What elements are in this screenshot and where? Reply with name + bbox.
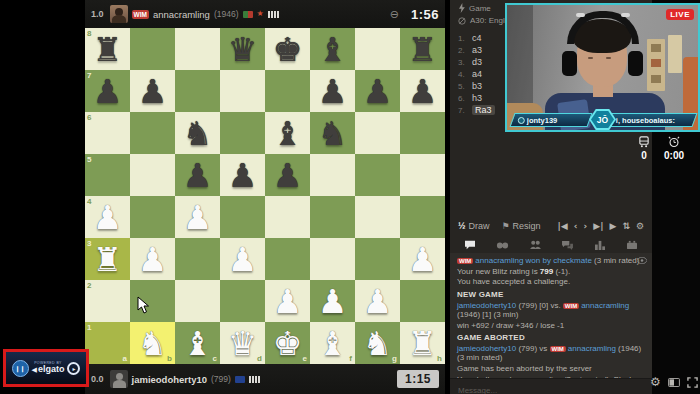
square-h7[interactable]: ♟ — [400, 70, 445, 112]
chat-link[interactable]: annacramling won by checkmate — [475, 256, 592, 265]
chat-text: (3 min rated) — [592, 256, 640, 265]
left-streamer-name: jonty139 — [527, 116, 557, 125]
black-pawn: ♟ — [265, 154, 310, 196]
top-player-rating: (1946) — [214, 9, 239, 19]
move-row: 4.a4 — [458, 68, 495, 80]
circle-minus-icon[interactable]: ⊖ — [390, 9, 399, 20]
time-value: 0:00 — [664, 150, 684, 161]
move-row: 6.h3 — [458, 92, 495, 104]
next-move-icon[interactable]: › — [584, 221, 588, 231]
square-g5[interactable] — [355, 154, 400, 196]
chat-text: NEW GAME — [457, 290, 504, 299]
white-bishop: ♝ — [310, 322, 355, 364]
white-pawn: ♟ — [355, 280, 400, 322]
file-label: e — [303, 354, 307, 363]
square-b6[interactable] — [130, 112, 175, 154]
square-e5[interactable]: ♟ — [265, 154, 310, 196]
first-move-icon[interactable]: |◀ — [558, 221, 568, 231]
flag-icon — [243, 11, 253, 18]
square-e1[interactable]: e♚ — [265, 322, 310, 364]
white-pawn: ♟ — [310, 280, 355, 322]
move-number: 1. — [458, 34, 472, 43]
chat-link[interactable]: jamieodoherty10 — [457, 301, 516, 310]
black-king: ♚ — [265, 28, 310, 70]
last-move-icon[interactable]: ▶| — [593, 221, 603, 231]
resign-button[interactable]: ⚑ Resign — [502, 221, 541, 231]
square-c1[interactable]: c♝ — [175, 322, 220, 364]
elgato-watermark: ❙❙ POWERED BY ◀ elgato ▸ — [3, 349, 89, 387]
file-label: g — [392, 354, 397, 363]
black-pawn: ♟ — [175, 154, 220, 196]
square-h5[interactable] — [400, 154, 445, 196]
square-e7[interactable] — [265, 70, 310, 112]
chat-input-row — [450, 378, 652, 394]
square-b4[interactable] — [130, 196, 175, 238]
square-d4[interactable] — [220, 196, 265, 238]
game-type-label: Game — [469, 4, 491, 13]
rank-label: 3 — [87, 239, 91, 248]
move-row: 2.a3 — [458, 44, 495, 56]
rank-label: 5 — [87, 155, 91, 164]
fullscreen-icon[interactable] — [687, 377, 698, 388]
square-h8[interactable]: ♜ — [400, 28, 445, 70]
square-a2[interactable]: 2 — [85, 280, 130, 322]
play-icon[interactable]: ▶ — [609, 221, 616, 231]
bottom-player-clock: 1:15 — [397, 370, 439, 388]
chat-text: Your new Blitz rating is — [457, 267, 540, 276]
square-h6[interactable] — [400, 112, 445, 154]
chat-message-area: WIMannacramling won by checkmate (3 min … — [450, 253, 652, 378]
square-e2[interactable]: ♟ — [265, 280, 310, 322]
square-e4[interactable] — [265, 196, 310, 238]
square-c2[interactable] — [175, 280, 220, 322]
chat-message: WIMannacramling won by checkmate (3 min … — [457, 256, 645, 265]
white-pawn: ♟ — [85, 196, 130, 238]
square-f1[interactable]: f♝ — [310, 322, 355, 364]
message-input[interactable] — [450, 384, 658, 394]
square-f7[interactable]: ♟ — [310, 70, 355, 112]
file-label: f — [349, 354, 352, 363]
move-number: 5. — [458, 82, 472, 91]
black-pawn: ♟ — [355, 70, 400, 112]
black-pawn: ♟ — [310, 70, 355, 112]
rank-label: 1 — [87, 323, 91, 332]
chat-text: (799) vs — [516, 344, 549, 353]
chess-board[interactable]: 8♜♛♚♝♜7♟♟♟♟♟6♞♝♞5♟♟♟4♟♟3♜♟♟♟2♟♟♟1ab♞c♝d♛… — [85, 28, 445, 364]
square-g8[interactable] — [355, 28, 400, 70]
move-san[interactable]: Ra3 — [472, 105, 495, 115]
move-san[interactable]: d3 — [472, 57, 482, 67]
square-g6[interactable] — [355, 112, 400, 154]
prev-move-icon[interactable]: ‹ — [574, 221, 578, 231]
white-pawn: ♟ — [130, 238, 175, 280]
square-d5[interactable]: ♟ — [220, 154, 265, 196]
square-b2[interactable] — [130, 280, 175, 322]
theatre-mode-icon[interactable] — [668, 378, 680, 387]
square-d1[interactable]: d♛ — [220, 322, 265, 364]
black-pawn: ♟ — [130, 70, 175, 112]
rank-value: 0 — [641, 150, 647, 161]
time-stat: 0:00 — [664, 136, 684, 161]
black-pawn: ♟ — [85, 70, 130, 112]
square-a3[interactable]: 3♜ — [85, 238, 130, 280]
move-row: 5.b3 — [458, 80, 495, 92]
wim-title-badge: WIM — [563, 303, 579, 309]
bus-icon — [638, 136, 650, 148]
flag-icon — [235, 376, 245, 383]
right-streamer-name: i, houseboalaus: — [616, 116, 675, 125]
stream-stats: 0 0:00 — [622, 136, 700, 161]
square-f6[interactable]: ♞ — [310, 112, 355, 154]
system-icons: ⚙ — [648, 376, 700, 388]
star-badge-icon — [518, 117, 525, 124]
square-c5[interactable]: ♟ — [175, 154, 220, 196]
white-rook: ♜ — [85, 238, 130, 280]
square-g2[interactable]: ♟ — [355, 280, 400, 322]
bottom-player-bar: 0.0 jamieodoherty10 (799) 1:15 — [85, 364, 445, 394]
wall-poster — [647, 39, 665, 91]
square-a8[interactable]: 8♜ — [85, 28, 130, 70]
bottom-player-avatar[interactable] — [110, 370, 128, 388]
chat-message: win +692 / draw +346 / lose -1 — [457, 321, 645, 330]
chat-text: Game has been aborted by the server — [457, 364, 592, 373]
chat-section-header: NEW GAME — [457, 290, 645, 299]
black-knight: ♞ — [310, 112, 355, 154]
square-a6[interactable]: 6 — [85, 112, 130, 154]
square-f4[interactable] — [310, 196, 355, 238]
file-label: h — [437, 354, 442, 363]
rank-label: 4 — [87, 197, 91, 206]
rank-label: 2 — [87, 281, 91, 290]
tab-watchers[interactable] — [496, 236, 509, 254]
white-pawn: ♟ — [400, 238, 445, 280]
signal-bars-icon — [268, 11, 279, 18]
square-a1[interactable]: 1a — [85, 322, 130, 364]
bottom-player-score: 0.0 — [91, 374, 104, 384]
move-san[interactable]: a3 — [472, 45, 482, 55]
capture-logo-icon: ❙❙ — [12, 360, 29, 377]
white-pawn: ♟ — [220, 238, 265, 280]
rank-label: 6 — [87, 113, 91, 122]
wim-title-badge: WIM — [457, 258, 473, 264]
top-player-bar: 1.0 WIM annacramling (1946) ★ ⊖ 1:56 — [85, 0, 445, 28]
left-name-banner: jonty139 — [509, 113, 592, 127]
black-queen: ♛ — [220, 28, 265, 70]
square-f2[interactable]: ♟ — [310, 280, 355, 322]
star-icon: ★ — [257, 10, 264, 18]
move-number: 7. — [458, 106, 472, 115]
move-row: 3.d3 — [458, 56, 495, 68]
square-h1[interactable]: h♜ — [400, 322, 445, 364]
square-c8[interactable] — [175, 28, 220, 70]
square-c6[interactable]: ♞ — [175, 112, 220, 154]
move-san[interactable]: h3 — [472, 93, 482, 103]
game-actions-row: ½ Draw ⚑ Resign |◀‹›▶|▶⇅⚙ — [450, 221, 652, 231]
flip-board-icon[interactable]: ⇅ — [622, 221, 630, 231]
top-player-avatar[interactable] — [110, 5, 128, 23]
offer-draw-button[interactable]: ½ Draw — [458, 221, 490, 231]
tab-leaderboard[interactable] — [594, 236, 606, 254]
rank-label: 7 — [87, 71, 91, 80]
square-g1[interactable]: g♞ — [355, 322, 400, 364]
square-h2[interactable] — [400, 280, 445, 322]
move-number: 3. — [458, 58, 472, 67]
stream-screen: 1.0 WIM annacramling (1946) ★ ⊖ 1:56 8♜♛… — [0, 0, 700, 394]
square-c3[interactable] — [175, 238, 220, 280]
right-name-banner: i, houseboalaus: — [604, 113, 697, 127]
square-d8[interactable]: ♛ — [220, 28, 265, 70]
square-c4[interactable]: ♟ — [175, 196, 220, 238]
rank-label: 8 — [87, 29, 91, 38]
square-a4[interactable]: 4♟ — [85, 196, 130, 238]
wim-title-badge: WIM — [132, 10, 149, 19]
black-pawn: ♟ — [400, 70, 445, 112]
settings-gear-icon[interactable]: ⚙ — [650, 376, 661, 388]
square-e6[interactable]: ♝ — [265, 112, 310, 154]
lightning-icon — [458, 3, 465, 13]
chat-message: jamieodoherty10 (799) [0] vs. WIMannacra… — [457, 301, 645, 319]
tab-conversations[interactable] — [561, 236, 574, 254]
chat-link[interactable]: annacramling — [568, 344, 616, 353]
move-nav-controls: |◀‹›▶|▶⇅⚙ — [558, 221, 644, 231]
chat-message: jamieodoherty10 (799) vs WIMannacramling… — [457, 344, 645, 362]
square-h4[interactable] — [400, 196, 445, 238]
chat-text: GAME ABORTED — [457, 333, 525, 342]
wall-poster — [668, 35, 682, 73]
white-pawn: ♟ — [175, 196, 220, 238]
square-b7[interactable]: ♟ — [130, 70, 175, 112]
webcam-overlay: LIVE jonty139 i, houseboalaus: JŌ — [505, 3, 700, 132]
square-g7[interactable]: ♟ — [355, 70, 400, 112]
file-label: d — [257, 354, 262, 363]
top-player-name[interactable]: annacramling — [153, 9, 210, 20]
wim-title-badge: WIM — [550, 346, 566, 352]
square-b1[interactable]: b♞ — [130, 322, 175, 364]
chat-text: (1946) [1] (3 min) — [457, 310, 518, 319]
move-row: 7.Ra3 — [458, 104, 495, 116]
bottom-player-rating: (799) — [211, 374, 231, 384]
move-number: 6. — [458, 94, 472, 103]
black-rook: ♜ — [400, 28, 445, 70]
chat-tabs — [450, 237, 652, 252]
elgato-arrow-icon: ◀ — [32, 366, 37, 373]
tab-friends[interactable] — [529, 236, 542, 254]
move-row: 1.c4 — [458, 32, 495, 44]
live-badge: LIVE — [666, 9, 694, 20]
white-pawn: ♟ — [265, 280, 310, 322]
square-b5[interactable] — [130, 154, 175, 196]
headphones-icon — [567, 11, 639, 44]
opening-book-icon — [458, 17, 466, 25]
square-a5[interactable]: 5 — [85, 154, 130, 196]
chat-link[interactable]: jamieodoherty10 — [457, 344, 516, 353]
chat-text: win +692 / draw +346 / lose -1 — [457, 321, 564, 330]
square-e8[interactable]: ♚ — [265, 28, 310, 70]
move-number: 4. — [458, 70, 472, 79]
chat-message: Your new Blitz rating is 799 (-1). — [457, 267, 645, 276]
alarm-clock-icon — [668, 136, 680, 148]
square-a7[interactable]: 7♟ — [85, 70, 130, 112]
square-f5[interactable] — [310, 154, 355, 196]
tab-games[interactable] — [626, 236, 638, 254]
eye-icon[interactable] — [637, 257, 647, 266]
black-bishop: ♝ — [310, 28, 355, 70]
square-e3[interactable] — [265, 238, 310, 280]
chat-bold-text: 799 — [540, 267, 553, 276]
square-d2[interactable] — [220, 280, 265, 322]
chat-text: You have accepted a challenge. — [457, 277, 570, 286]
black-knight: ♞ — [175, 112, 220, 154]
elgato-circle-icon: ▸ — [67, 362, 80, 375]
square-g4[interactable] — [355, 196, 400, 238]
black-pawn: ♟ — [220, 154, 265, 196]
square-f8[interactable]: ♝ — [310, 28, 355, 70]
top-player-clock: 1:56 — [411, 7, 439, 22]
resign-flag-icon: ⚑ — [502, 221, 510, 231]
tab-chat[interactable] — [464, 236, 476, 254]
square-h3[interactable]: ♟ — [400, 238, 445, 280]
square-f3[interactable] — [310, 238, 355, 280]
square-b8[interactable] — [130, 28, 175, 70]
square-c7[interactable] — [175, 70, 220, 112]
chat-section-header: GAME ABORTED — [457, 333, 645, 342]
file-label: c — [213, 354, 217, 363]
settings-gear-icon[interactable]: ⚙ — [636, 221, 644, 231]
black-rook: ♜ — [85, 28, 130, 70]
square-d3[interactable]: ♟ — [220, 238, 265, 280]
chat-message: You have accepted a challenge. — [457, 277, 645, 286]
signal-bars-icon — [249, 376, 260, 383]
bottom-player-name[interactable]: jamieodoherty10 — [132, 374, 208, 385]
square-d7[interactable] — [220, 70, 265, 112]
square-b3[interactable]: ♟ — [130, 238, 175, 280]
file-label: b — [167, 354, 172, 363]
square-g3[interactable] — [355, 238, 400, 280]
black-bishop: ♝ — [265, 112, 310, 154]
chat-text: (799) [0] vs. — [516, 301, 563, 310]
move-list: 1.c42.a33.d34.a45.b36.h37.Ra3 — [458, 32, 495, 116]
top-player-score: 1.0 — [91, 9, 104, 19]
elgato-brand-label: elgato — [38, 365, 65, 374]
rank-stat: 0 — [638, 136, 650, 161]
move-san[interactable]: b3 — [472, 81, 482, 91]
move-san[interactable]: c4 — [472, 33, 482, 43]
square-d6[interactable] — [220, 112, 265, 154]
file-label: a — [123, 354, 127, 363]
chat-message: Game has been aborted by the server — [457, 364, 645, 373]
chat-link[interactable]: annacramling — [581, 301, 629, 310]
chat-text: (-1). — [553, 267, 570, 276]
move-number: 2. — [458, 46, 472, 55]
move-san[interactable]: a4 — [472, 69, 482, 79]
